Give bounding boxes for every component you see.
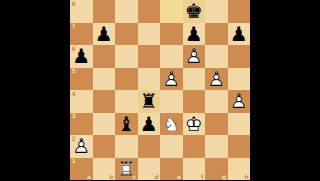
square-d5[interactable] [138, 68, 161, 91]
square-g7[interactable] [205, 23, 228, 46]
square-e1[interactable]: e [160, 158, 183, 181]
file-label-d: d [154, 174, 158, 180]
square-e3[interactable]: ♞♘ [160, 113, 183, 136]
square-e6[interactable] [160, 45, 183, 68]
square-f7[interactable]: ♟ [183, 23, 206, 46]
white-pawn[interactable]: ♟♙ [205, 68, 228, 91]
black-pawn-glyph: ♟ [93, 23, 116, 46]
square-b2[interactable] [93, 135, 116, 158]
black-bishop-glyph: ♝ [115, 113, 138, 136]
white-pawn[interactable]: ♟♙ [228, 90, 251, 113]
white-pawn-outline: ♙ [70, 135, 93, 158]
square-d1[interactable]: d [138, 158, 161, 181]
square-b8[interactable] [93, 0, 116, 23]
white-pawn-outline: ♙ [205, 68, 228, 91]
square-c6[interactable] [115, 45, 138, 68]
black-pawn[interactable]: ♟ [183, 23, 206, 46]
square-g6[interactable] [205, 45, 228, 68]
square-h4[interactable]: ♟♙ [228, 90, 251, 113]
rank-label-1: 1 [72, 158, 76, 164]
file-label-b: b [109, 174, 113, 180]
square-g3[interactable] [205, 113, 228, 136]
square-a1[interactable]: 1a [70, 158, 93, 181]
square-g1[interactable]: g [205, 158, 228, 181]
square-f4[interactable] [183, 90, 206, 113]
square-d3[interactable]: ♟ [138, 113, 161, 136]
square-h2[interactable] [228, 135, 251, 158]
square-a3[interactable]: 3 [70, 113, 93, 136]
square-a8[interactable]: 8 [70, 0, 93, 23]
square-f2[interactable] [183, 135, 206, 158]
black-pawn[interactable]: ♟ [70, 45, 93, 68]
square-c4[interactable] [115, 90, 138, 113]
file-label-a: a [87, 174, 91, 180]
square-h3[interactable] [228, 113, 251, 136]
square-b6[interactable] [93, 45, 116, 68]
white-rook[interactable]: ♜♖ [115, 158, 138, 181]
white-knight-outline: ♘ [160, 113, 183, 136]
square-h8[interactable] [228, 0, 251, 23]
white-king-outline: ♔ [183, 113, 206, 136]
white-pawn-outline: ♙ [183, 45, 206, 68]
rank-label-3: 3 [72, 113, 76, 119]
file-label-f: f [201, 174, 204, 180]
white-king[interactable]: ♚♔ [183, 113, 206, 136]
square-f8[interactable]: ♚ [183, 0, 206, 23]
black-pawn[interactable]: ♟ [93, 23, 116, 46]
black-pawn[interactable]: ♟ [228, 23, 251, 46]
square-e5[interactable]: ♟♙ [160, 68, 183, 91]
file-label-g: g [222, 174, 226, 180]
screenshot-stage: 8♚7♟♟♟6♟♟♙5♟♙♟♙4♜♟♙3♝♟♞♘♚♔2♟♙1abc♜♖defgh [0, 0, 320, 180]
chess-board: 8♚7♟♟♟6♟♟♙5♟♙♟♙4♜♟♙3♝♟♞♘♚♔2♟♙1abc♜♖defgh [70, 0, 250, 180]
square-a2[interactable]: 2♟♙ [70, 135, 93, 158]
square-f3[interactable]: ♚♔ [183, 113, 206, 136]
rank-label-5: 5 [72, 68, 76, 74]
rank-label-7: 7 [72, 23, 76, 29]
white-pawn-outline: ♙ [160, 68, 183, 91]
square-h1[interactable]: h [228, 158, 251, 181]
square-h6[interactable] [228, 45, 251, 68]
square-f1[interactable]: f [183, 158, 206, 181]
black-rook-glyph: ♜ [138, 90, 161, 113]
square-d7[interactable] [138, 23, 161, 46]
file-label-e: e [177, 174, 181, 180]
square-e7[interactable] [160, 23, 183, 46]
black-pawn-glyph: ♟ [183, 23, 206, 46]
black-bishop[interactable]: ♝ [115, 113, 138, 136]
square-c2[interactable] [115, 135, 138, 158]
black-pawn-glyph: ♟ [138, 113, 161, 136]
square-a7[interactable]: 7 [70, 23, 93, 46]
square-d8[interactable] [138, 0, 161, 23]
square-e2[interactable] [160, 135, 183, 158]
square-f5[interactable] [183, 68, 206, 91]
square-a5[interactable]: 5 [70, 68, 93, 91]
letterbox-left [0, 0, 70, 180]
white-rook-outline: ♖ [115, 158, 138, 181]
white-pawn[interactable]: ♟♙ [183, 45, 206, 68]
black-rook[interactable]: ♜ [138, 90, 161, 113]
square-b3[interactable] [93, 113, 116, 136]
square-b4[interactable] [93, 90, 116, 113]
square-e4[interactable] [160, 90, 183, 113]
white-pawn[interactable]: ♟♙ [160, 68, 183, 91]
file-label-h: h [244, 174, 248, 180]
black-king[interactable]: ♚ [183, 0, 206, 23]
square-d6[interactable] [138, 45, 161, 68]
square-g5[interactable]: ♟♙ [205, 68, 228, 91]
square-h7[interactable]: ♟ [228, 23, 251, 46]
square-g4[interactable] [205, 90, 228, 113]
square-c1[interactable]: c♜♖ [115, 158, 138, 181]
black-pawn[interactable]: ♟ [138, 113, 161, 136]
rank-label-4: 4 [72, 91, 76, 97]
black-king-glyph: ♚ [183, 0, 206, 23]
square-e8[interactable] [160, 0, 183, 23]
rank-label-8: 8 [72, 1, 76, 7]
letterbox-right [250, 0, 320, 180]
square-c5[interactable] [115, 68, 138, 91]
square-b1[interactable]: b [93, 158, 116, 181]
square-d4[interactable]: ♜ [138, 90, 161, 113]
square-g8[interactable] [205, 0, 228, 23]
square-g2[interactable] [205, 135, 228, 158]
black-pawn-glyph: ♟ [70, 45, 93, 68]
white-knight[interactable]: ♞♘ [160, 113, 183, 136]
white-pawn-outline: ♙ [228, 90, 251, 113]
square-c8[interactable] [115, 0, 138, 23]
black-pawn-glyph: ♟ [228, 23, 251, 46]
white-pawn[interactable]: ♟♙ [70, 135, 93, 158]
square-c7[interactable] [115, 23, 138, 46]
square-a4[interactable]: 4 [70, 90, 93, 113]
square-d2[interactable] [138, 135, 161, 158]
square-b5[interactable] [93, 68, 116, 91]
square-f6[interactable]: ♟♙ [183, 45, 206, 68]
square-b7[interactable]: ♟ [93, 23, 116, 46]
square-c3[interactable]: ♝ [115, 113, 138, 136]
square-h5[interactable] [228, 68, 251, 91]
square-a6[interactable]: 6♟ [70, 45, 93, 68]
